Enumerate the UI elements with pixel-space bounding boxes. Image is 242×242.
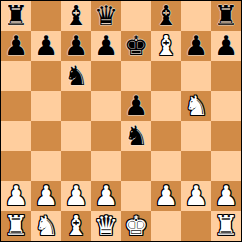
black-rook-piece[interactable]: ♜ xyxy=(214,1,238,31)
black-pawn-piece[interactable]: ♟ xyxy=(184,31,208,61)
square-d2[interactable]: ♟ xyxy=(91,181,121,211)
black-pawn-piece[interactable]: ♟ xyxy=(34,31,58,61)
square-h7[interactable]: ♟ xyxy=(211,31,241,61)
square-h4[interactable] xyxy=(211,121,241,151)
black-bishop-piece[interactable]: ♝ xyxy=(154,1,178,31)
square-d7[interactable]: ♟ xyxy=(91,31,121,61)
white-bishop-piece[interactable]: ♝ xyxy=(154,31,178,61)
square-b3[interactable] xyxy=(31,151,61,181)
black-knight-piece[interactable]: ♞ xyxy=(124,121,148,151)
square-e7[interactable]: ♚ xyxy=(121,31,151,61)
square-b6[interactable] xyxy=(31,61,61,91)
square-e6[interactable] xyxy=(121,61,151,91)
black-queen-piece[interactable]: ♛ xyxy=(94,1,118,31)
white-king-piece[interactable]: ♚ xyxy=(124,211,148,241)
white-rook-piece[interactable]: ♜ xyxy=(4,211,28,241)
square-g8[interactable] xyxy=(181,1,211,31)
square-h1[interactable]: ♜ xyxy=(211,211,241,241)
white-pawn-piece[interactable]: ♟ xyxy=(184,181,208,211)
square-a8[interactable]: ♜ xyxy=(1,1,31,31)
square-g3[interactable] xyxy=(181,151,211,181)
black-rook-piece[interactable]: ♜ xyxy=(4,1,28,31)
square-e3[interactable] xyxy=(121,151,151,181)
square-f2[interactable]: ♟ xyxy=(151,181,181,211)
square-a5[interactable] xyxy=(1,91,31,121)
white-bishop-piece[interactable]: ♝ xyxy=(64,211,88,241)
square-a4[interactable] xyxy=(1,121,31,151)
white-pawn-piece[interactable]: ♟ xyxy=(64,181,88,211)
square-c6[interactable]: ♞ xyxy=(61,61,91,91)
square-f1[interactable] xyxy=(151,211,181,241)
white-pawn-piece[interactable]: ♟ xyxy=(34,181,58,211)
black-pawn-piece[interactable]: ♟ xyxy=(124,91,148,121)
square-b2[interactable]: ♟ xyxy=(31,181,61,211)
square-b1[interactable]: ♞ xyxy=(31,211,61,241)
square-c3[interactable] xyxy=(61,151,91,181)
white-pawn-piece[interactable]: ♟ xyxy=(154,181,178,211)
square-e5[interactable]: ♟ xyxy=(121,91,151,121)
square-h8[interactable]: ♜ xyxy=(211,1,241,31)
square-d5[interactable] xyxy=(91,91,121,121)
square-g4[interactable] xyxy=(181,121,211,151)
square-g5[interactable]: ♞ xyxy=(181,91,211,121)
square-c7[interactable]: ♟ xyxy=(61,31,91,61)
square-h5[interactable] xyxy=(211,91,241,121)
square-f3[interactable] xyxy=(151,151,181,181)
square-g7[interactable]: ♟ xyxy=(181,31,211,61)
square-c2[interactable]: ♟ xyxy=(61,181,91,211)
square-c1[interactable]: ♝ xyxy=(61,211,91,241)
square-h3[interactable] xyxy=(211,151,241,181)
square-f4[interactable] xyxy=(151,121,181,151)
square-a1[interactable]: ♜ xyxy=(1,211,31,241)
square-c4[interactable] xyxy=(61,121,91,151)
square-b5[interactable] xyxy=(31,91,61,121)
square-d1[interactable]: ♛ xyxy=(91,211,121,241)
square-g2[interactable]: ♟ xyxy=(181,181,211,211)
white-knight-piece[interactable]: ♞ xyxy=(34,211,58,241)
black-king-piece[interactable]: ♚ xyxy=(124,31,148,61)
square-b8[interactable] xyxy=(31,1,61,31)
white-knight-piece[interactable]: ♞ xyxy=(184,91,208,121)
chess-board: ♜♝♛♝♜♟♟♟♟♚♝♟♟♞♟♞♞♟♟♟♟♟♟♟♜♞♝♛♚♜ xyxy=(0,0,242,242)
square-f6[interactable] xyxy=(151,61,181,91)
square-c5[interactable] xyxy=(61,91,91,121)
black-pawn-piece[interactable]: ♟ xyxy=(214,31,238,61)
square-f7[interactable]: ♝ xyxy=(151,31,181,61)
white-pawn-piece[interactable]: ♟ xyxy=(4,181,28,211)
white-pawn-piece[interactable]: ♟ xyxy=(214,181,238,211)
square-g1[interactable] xyxy=(181,211,211,241)
black-pawn-piece[interactable]: ♟ xyxy=(4,31,28,61)
square-d4[interactable] xyxy=(91,121,121,151)
black-pawn-piece[interactable]: ♟ xyxy=(94,31,118,61)
square-g6[interactable] xyxy=(181,61,211,91)
square-e1[interactable]: ♚ xyxy=(121,211,151,241)
black-pawn-piece[interactable]: ♟ xyxy=(64,31,88,61)
square-b4[interactable] xyxy=(31,121,61,151)
square-h2[interactable]: ♟ xyxy=(211,181,241,211)
square-e4[interactable]: ♞ xyxy=(121,121,151,151)
square-h6[interactable] xyxy=(211,61,241,91)
black-knight-piece[interactable]: ♞ xyxy=(64,61,88,91)
square-c8[interactable]: ♝ xyxy=(61,1,91,31)
square-a3[interactable] xyxy=(1,151,31,181)
square-d8[interactable]: ♛ xyxy=(91,1,121,31)
white-rook-piece[interactable]: ♜ xyxy=(214,211,238,241)
square-a6[interactable] xyxy=(1,61,31,91)
black-bishop-piece[interactable]: ♝ xyxy=(64,1,88,31)
square-e2[interactable] xyxy=(121,181,151,211)
square-f5[interactable] xyxy=(151,91,181,121)
white-queen-piece[interactable]: ♛ xyxy=(94,211,118,241)
square-d6[interactable] xyxy=(91,61,121,91)
square-f8[interactable]: ♝ xyxy=(151,1,181,31)
square-a7[interactable]: ♟ xyxy=(1,31,31,61)
white-pawn-piece[interactable]: ♟ xyxy=(94,181,118,211)
square-d3[interactable] xyxy=(91,151,121,181)
square-b7[interactable]: ♟ xyxy=(31,31,61,61)
square-e8[interactable] xyxy=(121,1,151,31)
square-a2[interactable]: ♟ xyxy=(1,181,31,211)
